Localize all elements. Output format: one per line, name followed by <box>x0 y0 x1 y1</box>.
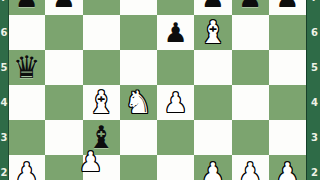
piece-black-pawn-a7[interactable]: ♟ <box>8 0 45 15</box>
square-a5[interactable]: ♛ <box>8 50 45 85</box>
square-e4[interactable]: ♟ <box>157 85 194 120</box>
square-b4[interactable] <box>45 85 82 120</box>
square-d7[interactable] <box>120 0 157 15</box>
rank-label-left-5: 5 <box>0 61 8 75</box>
rank-label-right-5: 5 <box>307 61 320 75</box>
square-h5[interactable] <box>269 50 306 85</box>
square-d4[interactable]: ♞ <box>120 85 157 120</box>
square-a4[interactable] <box>8 85 45 120</box>
square-f2[interactable]: ♟ <box>194 155 231 180</box>
piece-white-pawn-moving-b2-c3[interactable]: ♟ <box>72 144 109 179</box>
piece-black-pawn-g7[interactable]: ♟ <box>232 0 269 15</box>
piece-black-pawn-b7[interactable]: ♟ <box>45 0 82 15</box>
square-h2[interactable]: ♟ <box>269 155 306 180</box>
rank-label-right-7: 7 <box>307 0 320 5</box>
square-e3[interactable] <box>157 120 194 155</box>
rank-label-right-6: 6 <box>307 26 320 40</box>
square-b5[interactable] <box>45 50 82 85</box>
square-c6[interactable] <box>83 15 120 50</box>
square-a2[interactable]: ♟ <box>8 155 45 180</box>
square-c4[interactable]: ♝ <box>83 85 120 120</box>
piece-white-pawn-f2[interactable]: ♟ <box>194 155 231 180</box>
piece-white-pawn-h2[interactable]: ♟ <box>269 155 306 180</box>
square-e7[interactable] <box>157 0 194 15</box>
square-h7[interactable]: ♟ <box>269 0 306 15</box>
square-e5[interactable] <box>157 50 194 85</box>
square-e6[interactable]: ♟ <box>157 15 194 50</box>
board-grid: ♟♟♟♟♟♟♝♛♝♞♟♝♟♟♟♟♟ <box>8 0 306 180</box>
square-b7[interactable]: ♟ <box>45 0 82 15</box>
piece-white-pawn-a2[interactable]: ♟ <box>8 155 45 180</box>
right-coordinate-strip: 765432 <box>306 0 320 180</box>
square-a3[interactable] <box>8 120 45 155</box>
square-g2[interactable]: ♟ <box>232 155 269 180</box>
square-e2[interactable] <box>157 155 194 180</box>
piece-white-bishop-c4[interactable]: ♝ <box>83 85 120 120</box>
square-b6[interactable] <box>45 15 82 50</box>
square-a7[interactable]: ♟ <box>8 0 45 15</box>
rank-label-right-3: 3 <box>307 131 320 145</box>
square-f3[interactable] <box>194 120 231 155</box>
piece-black-pawn-h7[interactable]: ♟ <box>269 0 306 15</box>
square-g3[interactable] <box>232 120 269 155</box>
square-f4[interactable] <box>194 85 231 120</box>
square-c7[interactable] <box>83 0 120 15</box>
rank-label-left-3: 3 <box>0 131 8 145</box>
square-d6[interactable] <box>120 15 157 50</box>
piece-white-pawn-g2[interactable]: ♟ <box>232 155 269 180</box>
square-g4[interactable] <box>232 85 269 120</box>
rank-label-left-2: 2 <box>0 166 8 180</box>
square-f5[interactable] <box>194 50 231 85</box>
rank-label-left-7: 7 <box>0 0 8 5</box>
square-g6[interactable] <box>232 15 269 50</box>
square-f6[interactable]: ♝ <box>194 15 231 50</box>
piece-white-pawn-e4[interactable]: ♟ <box>157 85 194 120</box>
rank-label-right-2: 2 <box>307 166 320 180</box>
square-f7[interactable]: ♟ <box>194 0 231 15</box>
square-a6[interactable] <box>8 15 45 50</box>
square-g5[interactable] <box>232 50 269 85</box>
piece-black-queen-a5[interactable]: ♛ <box>8 50 45 85</box>
piece-white-bishop-f6[interactable]: ♝ <box>194 15 231 50</box>
square-h6[interactable] <box>269 15 306 50</box>
square-g7[interactable]: ♟ <box>232 0 269 15</box>
rank-label-left-6: 6 <box>0 26 8 40</box>
square-h4[interactable] <box>269 85 306 120</box>
left-coordinate-strip: 765432 <box>0 0 9 180</box>
square-c5[interactable] <box>83 50 120 85</box>
rank-label-left-4: 4 <box>0 96 8 110</box>
piece-black-pawn-e6[interactable]: ♟ <box>157 15 194 50</box>
piece-white-knight-d4[interactable]: ♞ <box>120 85 157 120</box>
square-d2[interactable] <box>120 155 157 180</box>
square-h3[interactable] <box>269 120 306 155</box>
chessboard-viewport: ♟♟♟♟♟♟♝♛♝♞♟♝♟♟♟♟♟ 765432 765432 <box>0 0 320 180</box>
piece-black-pawn-f7[interactable]: ♟ <box>194 0 231 15</box>
rank-label-right-4: 4 <box>307 96 320 110</box>
square-d3[interactable] <box>120 120 157 155</box>
square-d5[interactable] <box>120 50 157 85</box>
